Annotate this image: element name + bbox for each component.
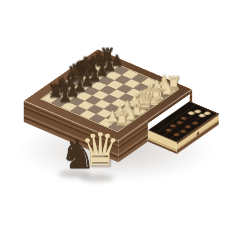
walnut-checker-disc [164,127,174,133]
display-light-queen: ♛ [80,127,120,172]
product-photo-chess-set: ♜♞♝♛♚♝♞♜♟♟♟♟♟♟♟♟♟♟♟♟♟♟♟♟♜♞♝♛♚♝♞♜ ♞ ♛ [0,0,230,230]
dark-pawn: ♟ [47,90,82,105]
drawer-knob [197,131,199,136]
